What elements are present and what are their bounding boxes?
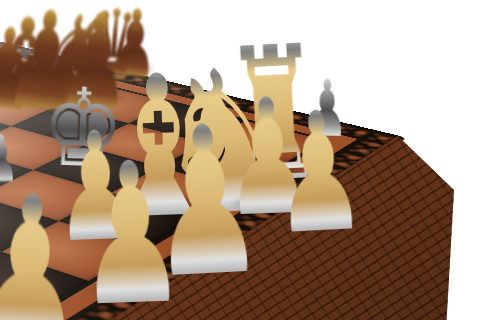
chess-set-product-photo: ♟♝♟♞♟♛♟♚♝♞♜♟♟♟♟♟♟♟♟ [0,0,480,320]
piece-white-pawn: ♟ [269,89,369,259]
piece-white-pawn: ♟ [0,167,91,320]
pieces-layer: ♟♝♟♞♟♛♟♚♝♞♜♟♟♟♟♟♟♟♟ [0,0,480,320]
